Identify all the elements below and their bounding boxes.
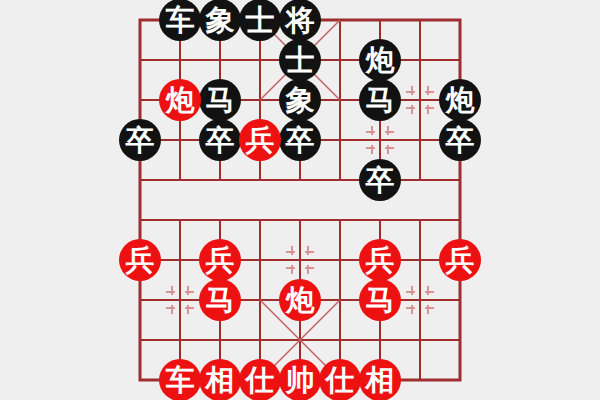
pieces-layer: 车象士将士炮马象马炮卒卒卒卒卒炮兵兵兵兵兵马炮马车相仕帅仕相 [120, 0, 480, 400]
black-chariot[interactable]: 车 [159, 0, 201, 41]
black-cannon[interactable]: 炮 [439, 79, 481, 121]
red-cannon[interactable]: 炮 [279, 279, 321, 321]
xiangqi-board-screenshot: 车象士将士炮马象马炮卒卒卒卒卒炮兵兵兵兵兵马炮马车相仕帅仕相 [0, 0, 600, 400]
black-pawn[interactable]: 卒 [359, 159, 401, 201]
red-advisor[interactable]: 仕 [319, 359, 361, 400]
red-pawn[interactable]: 兵 [239, 119, 281, 161]
red-elephant[interactable]: 相 [359, 359, 401, 400]
black-pawn[interactable]: 卒 [439, 119, 481, 161]
black-advisor[interactable]: 士 [279, 39, 321, 81]
black-pawn[interactable]: 卒 [199, 119, 241, 161]
black-horse[interactable]: 马 [359, 79, 401, 121]
red-horse[interactable]: 马 [199, 279, 241, 321]
red-pawn[interactable]: 兵 [439, 239, 481, 281]
red-pawn[interactable]: 兵 [119, 239, 161, 281]
red-advisor[interactable]: 仕 [239, 359, 281, 400]
red-elephant[interactable]: 相 [199, 359, 241, 400]
black-pawn[interactable]: 卒 [279, 119, 321, 161]
black-pawn[interactable]: 卒 [119, 119, 161, 161]
black-advisor[interactable]: 士 [239, 0, 281, 41]
red-pawn[interactable]: 兵 [199, 239, 241, 281]
red-chariot[interactable]: 车 [159, 359, 201, 400]
black-elephant[interactable]: 象 [199, 0, 241, 41]
red-horse[interactable]: 马 [359, 279, 401, 321]
red-general[interactable]: 帅 [279, 359, 321, 400]
black-horse[interactable]: 马 [199, 79, 241, 121]
red-pawn[interactable]: 兵 [359, 239, 401, 281]
black-elephant[interactable]: 象 [279, 79, 321, 121]
red-cannon[interactable]: 炮 [159, 79, 201, 121]
black-cannon[interactable]: 炮 [359, 39, 401, 81]
black-general[interactable]: 将 [279, 0, 321, 41]
